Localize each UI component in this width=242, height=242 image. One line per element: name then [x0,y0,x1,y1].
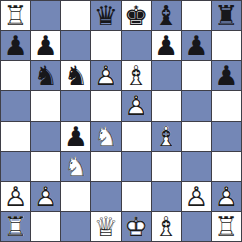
black-bishop[interactable]: ♝ [152,1,181,30]
square-c3[interactable]: ♞♘ [61,152,90,181]
square-a1[interactable]: ♜♖ [1,212,30,241]
square-g8[interactable] [182,1,211,30]
white-rook[interactable]: ♜♖ [212,212,241,241]
square-d6[interactable]: ♟♙ [91,61,120,90]
white-piece-outline: ♖ [1,1,30,30]
white-piece-outline: ♙ [31,182,60,211]
square-h1[interactable]: ♜♖ [212,212,241,241]
square-b3[interactable] [31,152,60,181]
square-e3[interactable] [122,152,151,181]
white-piece-outline: ♙ [1,182,30,211]
square-f2[interactable] [152,182,181,211]
black-pawn[interactable]: ♟ [152,31,181,60]
square-b4[interactable] [31,122,60,151]
square-d2[interactable] [91,182,120,211]
square-c5[interactable] [61,91,90,120]
white-piece-outline: ♗ [152,212,181,241]
white-piece-outline: ♗ [122,61,151,90]
square-g3[interactable] [182,152,211,181]
square-a3[interactable] [1,152,30,181]
white-piece-outline: ♗ [152,122,181,151]
white-king[interactable]: ♚♔ [122,212,151,241]
square-g7[interactable]: ♟ [182,31,211,60]
square-a5[interactable] [1,91,30,120]
square-e8[interactable]: ♚ [122,1,151,30]
black-pawn[interactable]: ♟ [212,61,241,90]
square-c7[interactable] [61,31,90,60]
square-h3[interactable] [212,152,241,181]
square-h2[interactable]: ♟♙ [212,182,241,211]
white-piece-outline: ♙ [122,91,151,120]
square-f8[interactable]: ♝ [152,1,181,30]
square-h7[interactable] [212,31,241,60]
white-piece-outline: ♔ [122,212,151,241]
white-knight[interactable]: ♞♘ [91,122,120,151]
square-b1[interactable] [31,212,60,241]
black-pawn[interactable]: ♟ [31,31,60,60]
white-piece-outline: ♘ [61,152,90,181]
white-piece-outline: ♙ [91,61,120,90]
white-piece-outline: ♖ [1,212,30,241]
square-f4[interactable]: ♝♗ [152,122,181,151]
white-pawn[interactable]: ♟♙ [31,182,60,211]
square-c2[interactable] [61,182,90,211]
square-b8[interactable] [31,1,60,30]
white-piece-outline: ♙ [212,182,241,211]
black-pawn[interactable]: ♟ [1,31,30,60]
square-b5[interactable] [31,91,60,120]
white-piece-outline: ♘ [91,122,120,151]
black-pawn[interactable]: ♟ [61,122,90,151]
square-e1[interactable]: ♚♔ [122,212,151,241]
square-b6[interactable]: ♞ [31,61,60,90]
square-f3[interactable] [152,152,181,181]
square-h5[interactable] [212,91,241,120]
white-bishop[interactable]: ♝♗ [122,61,151,90]
square-c8[interactable] [61,1,90,30]
black-pawn[interactable]: ♟ [182,31,211,60]
square-e6[interactable]: ♝♗ [122,61,151,90]
white-rook[interactable]: ♜♖ [1,212,30,241]
square-c1[interactable] [61,212,90,241]
square-a4[interactable] [1,122,30,151]
black-king[interactable]: ♚ [122,1,151,30]
black-queen[interactable]: ♛ [91,1,120,30]
square-g4[interactable] [182,122,211,151]
square-d7[interactable] [91,31,120,60]
square-f5[interactable] [152,91,181,120]
white-pawn[interactable]: ♟♙ [122,91,151,120]
white-pawn[interactable]: ♟♙ [212,182,241,211]
square-e7[interactable] [122,31,151,60]
white-rook[interactable]: ♜♖ [1,1,30,30]
white-bishop[interactable]: ♝♗ [152,212,181,241]
white-pawn[interactable]: ♟♙ [91,61,120,90]
square-c4[interactable]: ♟ [61,122,90,151]
square-d8[interactable]: ♛ [91,1,120,30]
square-e4[interactable] [122,122,151,151]
square-a6[interactable] [1,61,30,90]
square-b2[interactable]: ♟♙ [31,182,60,211]
square-a2[interactable]: ♟♙ [1,182,30,211]
square-d1[interactable]: ♛♕ [91,212,120,241]
white-piece-outline: ♕ [91,212,120,241]
square-f7[interactable]: ♟ [152,31,181,60]
square-f1[interactable]: ♝♗ [152,212,181,241]
square-d4[interactable]: ♞♘ [91,122,120,151]
square-e5[interactable]: ♟♙ [122,91,151,120]
square-d5[interactable] [91,91,120,120]
square-c6[interactable]: ♞ [61,61,90,90]
square-a7[interactable]: ♟ [1,31,30,60]
square-e2[interactable] [122,182,151,211]
square-h6[interactable]: ♟ [212,61,241,90]
black-knight[interactable]: ♞ [61,61,90,90]
white-queen[interactable]: ♛♕ [91,212,120,241]
chess-board: ♜♖♛♚♝♜♟♟♟♟♞♞♟♙♝♗♟♟♙♟♞♘♝♗♞♘♟♙♟♙♟♙♟♙♜♖♛♕♚♔… [0,0,242,242]
white-piece-outline: ♖ [212,212,241,241]
square-g2[interactable]: ♟♙ [182,182,211,211]
white-pawn[interactable]: ♟♙ [182,182,211,211]
white-pawn[interactable]: ♟♙ [1,182,30,211]
square-g1[interactable] [182,212,211,241]
square-g5[interactable] [182,91,211,120]
white-bishop[interactable]: ♝♗ [152,122,181,151]
white-knight[interactable]: ♞♘ [61,152,90,181]
square-h8[interactable]: ♜ [212,1,241,30]
square-g6[interactable] [182,61,211,90]
square-a8[interactable]: ♜♖ [1,1,30,30]
black-knight[interactable]: ♞ [31,61,60,90]
black-rook[interactable]: ♜ [212,1,241,30]
square-d3[interactable] [91,152,120,181]
square-f6[interactable] [152,61,181,90]
white-piece-outline: ♙ [182,182,211,211]
square-h4[interactable] [212,122,241,151]
square-b7[interactable]: ♟ [31,31,60,60]
